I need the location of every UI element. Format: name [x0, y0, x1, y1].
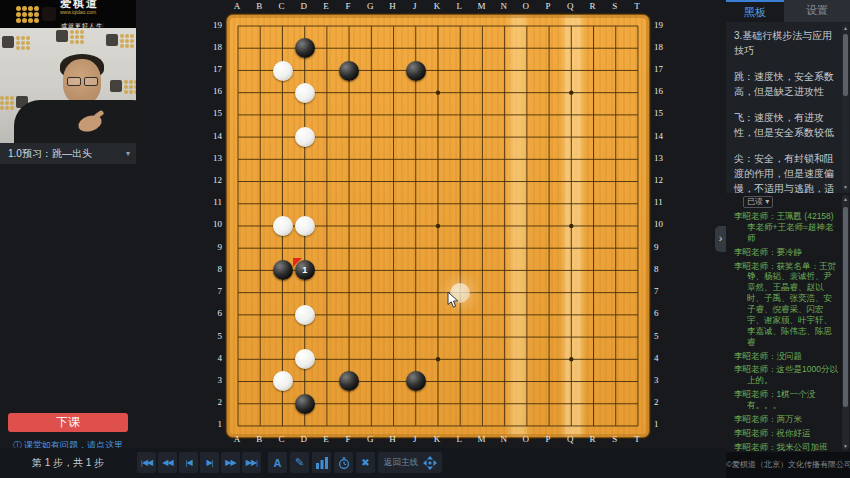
scroll-up-icon[interactable]: ▲ — [842, 195, 849, 203]
chat-scroll-thumb[interactable] — [843, 207, 848, 407]
coord-label-row-right: 7 — [654, 286, 670, 297]
coord-label-col-top: Q — [562, 1, 578, 12]
brand-url: www.iqidao.com — [60, 10, 104, 15]
coord-label-col-top: J — [407, 1, 423, 12]
tab-blackboard[interactable]: 黑板 — [726, 0, 784, 22]
clock-icon — [338, 457, 350, 469]
coord-label-row-left: 14 — [206, 131, 222, 142]
white-stone — [273, 371, 293, 391]
coord-label-row-right: 11 — [654, 197, 670, 208]
coord-label-col-bottom: M — [473, 434, 489, 445]
chat-message-list: 李昭老师：王珮甦 (42158) 李老师+王老师=超神老师李昭老师：要冷静李昭老… — [734, 211, 838, 452]
coord-label-col-top: L — [451, 1, 467, 12]
coord-label-col-top: C — [273, 1, 289, 12]
black-stone — [406, 61, 426, 81]
coord-label-row-left: 8 — [206, 264, 222, 275]
coord-label-col-top: F — [340, 1, 356, 12]
coord-label-row-right: 15 — [654, 108, 670, 119]
tab-settings[interactable]: 设置 — [784, 0, 850, 22]
coord-label-col-bottom: B — [251, 434, 267, 445]
draw-tool-button[interactable]: ✎ — [290, 452, 309, 473]
coord-label-row-right: 17 — [654, 64, 670, 75]
brand-logo: 爱棋道 www.iqidao.com 成就更好人生 — [0, 0, 136, 28]
coord-label-col-bottom: R — [585, 434, 601, 445]
black-stone — [295, 38, 315, 58]
black-stone — [273, 260, 293, 280]
end-class-button[interactable]: 下课 — [8, 413, 128, 432]
coord-label-row-left: 15 — [206, 108, 222, 119]
coord-label-col-bottom: N — [496, 434, 512, 445]
instructor-video — [0, 28, 136, 143]
coord-label-col-top: R — [585, 1, 601, 12]
chart-tool-button[interactable] — [312, 452, 331, 473]
brand-name: 爱棋道 — [60, 0, 104, 9]
coord-label-row-right: 12 — [654, 175, 670, 186]
coord-label-row-left: 7 — [206, 286, 222, 297]
stones-layer: 1 — [227, 15, 649, 437]
left-sidebar: 爱棋道 www.iqidao.com 成就更好人生 1.0预习：跳—出头 ▾ — [0, 0, 136, 448]
backdrop-logo-motif — [2, 36, 30, 50]
coord-label-col-bottom: S — [607, 434, 623, 445]
white-stone — [295, 83, 315, 103]
notes-scrollbar[interactable]: ▲ ▼ — [842, 24, 849, 191]
coord-label-col-bottom: A — [229, 434, 245, 445]
coord-label-col-bottom: Q — [562, 434, 578, 445]
go-board[interactable]: 1 — [226, 14, 650, 438]
coord-label-col-top: T — [629, 1, 645, 12]
x-icon: ✖ — [361, 457, 369, 468]
coord-label-row-right: 9 — [654, 242, 670, 253]
coord-label-row-right: 18 — [654, 42, 670, 53]
chat-message: 李昭老师：这些是1000分以上的。 — [734, 364, 838, 386]
caret-down-icon: ▾ — [765, 197, 769, 206]
text-tool-icon: A — [274, 457, 282, 469]
white-stone — [273, 216, 293, 236]
coord-label-row-right: 13 — [654, 153, 670, 164]
coord-label-row-right: 16 — [654, 86, 670, 97]
coord-label-col-bottom: O — [518, 434, 534, 445]
coord-label-row-left: 5 — [206, 331, 222, 342]
chat-message: 李昭老师：获奖名单：王贺铮、杨韬、裴诚哲、尹章然、王晶睿、赵以时、子禹、张奕浩、… — [734, 261, 838, 348]
black-stone — [339, 371, 359, 391]
white-stone — [295, 127, 315, 147]
chat-message: 李昭老师：要冷静 — [734, 247, 838, 258]
coord-label-row-right: 10 — [654, 219, 670, 230]
chat-message: 李昭老师：王珮甦 (42158) 李老师+王老师=超神老师 — [734, 211, 838, 244]
lesson-select-value: 1.0预习：跳—出头 — [8, 147, 92, 161]
bar-chart-icon — [316, 457, 328, 469]
collapse-panel-button[interactable]: › — [715, 226, 726, 252]
caret-down-icon: ▾ — [126, 149, 130, 158]
coord-label-row-right: 1 — [654, 419, 670, 430]
coord-label-col-bottom: L — [451, 434, 467, 445]
coord-label-col-bottom: F — [340, 434, 356, 445]
white-stone — [295, 305, 315, 325]
coord-label-row-left: 18 — [206, 42, 222, 53]
coord-label-col-top: A — [229, 1, 245, 12]
scroll-down-icon[interactable]: ▼ — [842, 183, 849, 191]
nav-jump-end-button[interactable]: ▶▶| — [242, 452, 261, 473]
white-stone — [295, 349, 315, 369]
go-lesson-app: 爱棋道 www.iqidao.com 成就更好人生 1.0预习：跳—出头 ▾ — [0, 0, 850, 478]
coord-label-col-top: E — [318, 1, 334, 12]
text-tool-button[interactable]: A — [268, 452, 287, 473]
coord-label-col-bottom: J — [407, 434, 423, 445]
scroll-up-icon[interactable]: ▲ — [842, 24, 849, 32]
copyright-footer: ©爱棋道（北京）文化传播有限公司 — [726, 452, 850, 478]
nav-next-move-button[interactable]: ▶| — [200, 452, 219, 473]
coord-label-col-bottom: P — [540, 434, 556, 445]
coord-label-row-left: 6 — [206, 308, 222, 319]
expand-arrows-icon — [423, 456, 437, 470]
chat-scrollbar[interactable]: ▲ ▼ — [842, 195, 849, 450]
coord-label-col-top: N — [496, 1, 512, 12]
board-area: 1 AABBCCDDEEFFGGHHJJKKLLMMNNOOPPQQRRSSTT… — [206, 0, 726, 478]
blackboard-notes: 3.基础行棋步法与应用技巧跳：速度快，安全系数高，但是缺乏进攻性飞：速度快，有进… — [726, 22, 850, 193]
coord-label-row-right: 2 — [654, 397, 670, 408]
note-paragraph: 飞：速度快，有进攻性，但是安全系数较低 — [734, 110, 836, 140]
chat-message: 李昭老师：我来公司加班 — [734, 442, 838, 452]
coord-label-col-bottom: T — [629, 434, 645, 445]
coord-label-col-top: D — [296, 1, 312, 12]
nav-prev-move-button[interactable]: |◀ — [179, 452, 198, 473]
coord-label-row-left: 17 — [206, 64, 222, 75]
coord-label-row-right: 3 — [654, 375, 670, 386]
coord-label-row-right: 5 — [654, 331, 670, 342]
white-stone — [295, 216, 315, 236]
chat-message: 李昭老师：没问题 — [734, 351, 838, 362]
white-stone — [273, 61, 293, 81]
coord-label-row-left: 11 — [206, 197, 222, 208]
nav-fast-back-button[interactable]: ◀◀ — [158, 452, 177, 473]
coord-label-row-left: 19 — [206, 20, 222, 31]
backdrop-logo-motif — [106, 34, 134, 48]
pencil-icon: ✎ — [295, 456, 304, 468]
coord-label-col-bottom: E — [318, 434, 334, 445]
hover-preview-stone — [450, 283, 470, 303]
coord-label-col-bottom: D — [296, 434, 312, 445]
coord-label-row-left: 16 — [206, 86, 222, 97]
coord-label-row-left: 3 — [206, 375, 222, 386]
chat-panel: 已读 ▾ 李昭老师：王珮甦 (42158) 李老师+王老师=超神老师李昭老师：要… — [726, 193, 850, 452]
coord-label-row-right: 8 — [654, 264, 670, 275]
logo-dots-icon — [16, 6, 39, 23]
coord-label-col-top: G — [362, 1, 378, 12]
chat-filter-label: 已读 — [747, 197, 763, 206]
coord-label-col-top: H — [385, 1, 401, 12]
note-paragraph: 3.基础行棋步法与应用技巧 — [734, 28, 836, 58]
nav-fast-forward-button[interactable]: ▶▶ — [221, 452, 240, 473]
logo-square-icon — [42, 7, 56, 21]
move-number: 1 — [295, 260, 315, 280]
coord-label-col-top: B — [251, 1, 267, 12]
timer-tool-button[interactable] — [334, 452, 353, 473]
coord-label-row-left: 2 — [206, 397, 222, 408]
notes-scroll-thumb[interactable] — [843, 34, 848, 96]
black-stone: 1 — [295, 260, 315, 280]
instructor — [30, 54, 136, 143]
right-sidebar: › 黑板 设置 3.基础行棋步法与应用技巧跳：速度快，安全系数高，但是缺乏进攻性… — [726, 0, 850, 478]
chat-message: 李昭老师：1棋一个没有。。。 — [734, 389, 838, 411]
coord-label-col-top: O — [518, 1, 534, 12]
coord-label-col-top: P — [540, 1, 556, 12]
coord-label-row-left: 13 — [206, 153, 222, 164]
chat-filter-dropdown[interactable]: 已读 ▾ — [743, 196, 773, 208]
lesson-select[interactable]: 1.0预习：跳—出头 ▾ — [0, 143, 136, 164]
chat-message: 李昭老师：两万米 — [734, 414, 838, 425]
coord-label-col-bottom: G — [362, 434, 378, 445]
coord-label-col-top: M — [473, 1, 489, 12]
coord-label-row-left: 10 — [206, 219, 222, 230]
coord-label-col-top: K — [429, 1, 445, 12]
coord-label-col-bottom: K — [429, 434, 445, 445]
coord-label-row-right: 19 — [654, 20, 670, 31]
remove-tool-button[interactable]: ✖ — [356, 452, 375, 473]
chat-message: 李昭老师：祝你好运 — [734, 428, 838, 439]
coord-label-row-right: 6 — [654, 308, 670, 319]
note-paragraph: 跳：速度快，安全系数高，但是缺乏进攻性 — [734, 69, 836, 99]
black-stone — [339, 61, 359, 81]
coord-label-row-right: 14 — [654, 131, 670, 142]
coord-label-row-left: 1 — [206, 419, 222, 430]
glasses — [67, 77, 98, 86]
bottom-toolbar: 第 1 步，共 1 步 |◀◀◀◀|◀▶|▶▶▶▶| A ✎ ✖ 返回主线 — [0, 448, 850, 478]
coord-label-col-top: S — [607, 1, 623, 12]
move-navigation: |◀◀◀◀|◀▶|▶▶▶▶| — [137, 452, 261, 473]
fullscreen-button[interactable] — [418, 452, 442, 473]
step-status: 第 1 步，共 1 步 — [0, 448, 136, 478]
coord-label-row-left: 12 — [206, 175, 222, 186]
backdrop-logo-motif — [56, 30, 84, 44]
black-stone — [295, 394, 315, 414]
note-paragraph: 尖：安全，有封锁和阻渡的作用，但是速度偏慢，不适用与逃跑，适合局部势均力敌作战 — [734, 151, 836, 193]
coord-label-row-right: 4 — [654, 353, 670, 364]
coord-label-col-bottom: C — [273, 434, 289, 445]
coord-label-col-bottom: H — [385, 434, 401, 445]
coord-label-row-left: 4 — [206, 353, 222, 364]
sidebar-tabs: 黑板 设置 — [726, 0, 850, 22]
coord-label-row-left: 9 — [206, 242, 222, 253]
black-stone — [406, 371, 426, 391]
annotation-tools: A ✎ ✖ 返回主线 — [268, 452, 424, 473]
nav-jump-start-button[interactable]: |◀◀ — [137, 452, 156, 473]
scroll-down-icon[interactable]: ▼ — [842, 442, 849, 450]
